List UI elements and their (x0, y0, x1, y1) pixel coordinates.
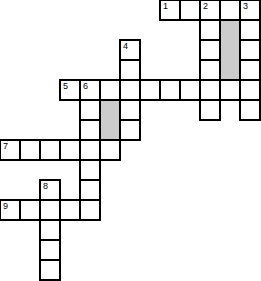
cell-r10c2[interactable] (39, 199, 61, 221)
cell-r9c4[interactable] (79, 179, 101, 201)
cell-r4c8[interactable] (159, 79, 181, 101)
cell-r0c11[interactable] (219, 0, 241, 21)
cell-r5c6[interactable] (119, 99, 141, 121)
cell-r4c9[interactable] (179, 79, 201, 101)
cell-r0c9[interactable] (179, 0, 201, 21)
cell-r7c1[interactable] (19, 139, 41, 161)
cell-r12c2[interactable] (39, 239, 61, 261)
shaded-block-1 (219, 19, 241, 81)
cell-r10c4[interactable] (79, 199, 101, 221)
cell-r5c12[interactable] (239, 99, 261, 121)
cell-r10c1[interactable] (19, 199, 41, 221)
cell-r2c12[interactable] (239, 39, 261, 61)
clue-number-2: 2 (203, 1, 208, 12)
cell-r8c4[interactable] (79, 159, 101, 181)
cell-r9c2[interactable]: 8 (39, 179, 61, 201)
cell-r5c10[interactable] (199, 99, 221, 121)
cell-r11c2[interactable] (39, 219, 61, 241)
clue-number-9: 9 (3, 201, 8, 212)
cell-r10c0[interactable]: 9 (0, 199, 21, 221)
cell-r1c10[interactable] (199, 19, 221, 41)
clue-number-7: 7 (3, 141, 8, 152)
cell-r7c3[interactable] (59, 139, 81, 161)
cell-r4c4[interactable]: 6 (79, 79, 101, 101)
cell-r4c3[interactable]: 5 (59, 79, 81, 101)
cell-r0c10[interactable]: 2 (199, 0, 221, 21)
cell-r2c10[interactable] (199, 39, 221, 61)
cell-r7c4[interactable] (79, 139, 101, 161)
cell-r1c12[interactable] (239, 19, 261, 41)
cell-r3c12[interactable] (239, 59, 261, 81)
cell-r7c0[interactable]: 7 (0, 139, 21, 161)
cell-r3c10[interactable] (199, 59, 221, 81)
cell-r6c4[interactable] (79, 119, 101, 141)
clue-number-4: 4 (123, 41, 128, 52)
cell-r3c6[interactable] (119, 59, 141, 81)
cell-r4c12[interactable] (239, 79, 261, 101)
cell-r6c6[interactable] (119, 119, 141, 141)
cell-r13c2[interactable] (39, 259, 61, 281)
cell-r10c3[interactable] (59, 199, 81, 221)
cell-r4c5[interactable] (99, 79, 121, 101)
cell-r5c4[interactable] (79, 99, 101, 121)
clue-number-3: 3 (243, 1, 248, 12)
clue-number-8: 8 (43, 181, 48, 192)
clue-number-6: 6 (83, 81, 88, 92)
shaded-block-2 (99, 99, 121, 141)
crossword-board: 123456789 (0, 0, 261, 281)
clue-number-1: 1 (163, 1, 168, 12)
clue-number-5: 5 (63, 81, 68, 92)
cell-r7c5[interactable] (99, 139, 121, 161)
cell-r4c6[interactable] (119, 79, 141, 101)
cell-r4c11[interactable] (219, 79, 241, 101)
cell-r0c8[interactable]: 1 (159, 0, 181, 21)
cell-r7c2[interactable] (39, 139, 61, 161)
cell-r4c10[interactable] (199, 79, 221, 101)
cell-r2c6[interactable]: 4 (119, 39, 141, 61)
cell-r0c12[interactable]: 3 (239, 0, 261, 21)
cell-r4c7[interactable] (139, 79, 161, 101)
